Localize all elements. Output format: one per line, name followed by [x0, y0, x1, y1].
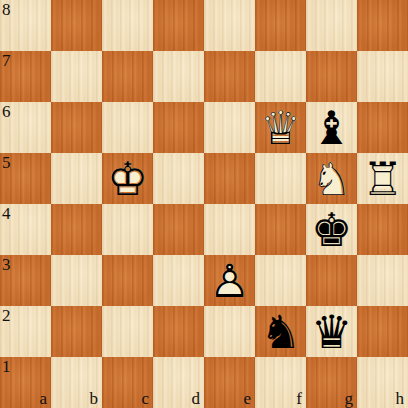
white-piece-outline: ♘ [306, 153, 357, 204]
square-d5[interactable] [153, 153, 204, 204]
square-c7[interactable] [102, 51, 153, 102]
square-d8[interactable] [153, 0, 204, 51]
file-label-f: f [296, 390, 302, 407]
white-rook-piece: ♜♖ [357, 153, 408, 204]
file-label-a: a [39, 390, 47, 407]
square-a1[interactable]: 1a [0, 357, 51, 408]
square-d4[interactable] [153, 204, 204, 255]
square-b7[interactable] [51, 51, 102, 102]
square-f3[interactable] [255, 255, 306, 306]
black-piece-glyph: ♝ [306, 102, 357, 153]
square-g6[interactable]: ♝ [306, 102, 357, 153]
square-h3[interactable] [357, 255, 408, 306]
square-e5[interactable] [204, 153, 255, 204]
square-a3[interactable]: 3 [0, 255, 51, 306]
black-piece-glyph: ♚ [306, 204, 357, 255]
square-a2[interactable]: 2 [0, 306, 51, 357]
square-d2[interactable] [153, 306, 204, 357]
square-h7[interactable] [357, 51, 408, 102]
square-b3[interactable] [51, 255, 102, 306]
white-piece-outline: ♕ [255, 102, 306, 153]
square-f8[interactable] [255, 0, 306, 51]
square-f5[interactable] [255, 153, 306, 204]
white-piece-outline: ♔ [102, 153, 153, 204]
black-piece-glyph: ♞ [255, 306, 306, 357]
square-h8[interactable] [357, 0, 408, 51]
file-label-c: c [141, 390, 149, 407]
square-c1[interactable]: c [102, 357, 153, 408]
square-c8[interactable] [102, 0, 153, 51]
rank-label-3: 3 [2, 256, 11, 273]
square-a6[interactable]: 6 [0, 102, 51, 153]
square-h4[interactable] [357, 204, 408, 255]
square-e7[interactable] [204, 51, 255, 102]
square-c6[interactable] [102, 102, 153, 153]
square-f2[interactable]: ♞ [255, 306, 306, 357]
file-label-b: b [90, 390, 99, 407]
square-c2[interactable] [102, 306, 153, 357]
square-g8[interactable] [306, 0, 357, 51]
square-b4[interactable] [51, 204, 102, 255]
file-label-h: h [396, 390, 405, 407]
square-f7[interactable] [255, 51, 306, 102]
white-piece-outline: ♙ [204, 255, 255, 306]
black-piece-glyph: ♛ [306, 306, 357, 357]
rank-label-5: 5 [2, 154, 11, 171]
black-queen-piece: ♛ [306, 306, 357, 357]
square-h1[interactable]: h [357, 357, 408, 408]
rank-label-4: 4 [2, 205, 11, 222]
square-g4[interactable]: ♚ [306, 204, 357, 255]
black-bishop-piece: ♝ [306, 102, 357, 153]
rank-label-6: 6 [2, 103, 11, 120]
square-b8[interactable] [51, 0, 102, 51]
black-knight-piece: ♞ [255, 306, 306, 357]
white-pawn-piece: ♟♙ [204, 255, 255, 306]
square-b5[interactable] [51, 153, 102, 204]
white-king-piece: ♚♔ [102, 153, 153, 204]
white-piece-outline: ♖ [357, 153, 408, 204]
square-a7[interactable]: 7 [0, 51, 51, 102]
square-a5[interactable]: 5 [0, 153, 51, 204]
square-d1[interactable]: d [153, 357, 204, 408]
white-queen-piece: ♛♕ [255, 102, 306, 153]
square-d6[interactable] [153, 102, 204, 153]
square-b6[interactable] [51, 102, 102, 153]
square-g1[interactable]: g [306, 357, 357, 408]
square-h2[interactable] [357, 306, 408, 357]
square-a8[interactable]: 8 [0, 0, 51, 51]
chess-board: 876♛♕♝5♚♔♞♘♜♖4♚3♟♙2♞♛1abcdefgh [0, 0, 408, 408]
white-knight-piece: ♞♘ [306, 153, 357, 204]
square-d7[interactable] [153, 51, 204, 102]
rank-label-7: 7 [2, 52, 11, 69]
square-h6[interactable] [357, 102, 408, 153]
square-e8[interactable] [204, 0, 255, 51]
square-h5[interactable]: ♜♖ [357, 153, 408, 204]
square-c5[interactable]: ♚♔ [102, 153, 153, 204]
square-a4[interactable]: 4 [0, 204, 51, 255]
square-e4[interactable] [204, 204, 255, 255]
rank-label-1: 1 [2, 358, 11, 375]
square-f6[interactable]: ♛♕ [255, 102, 306, 153]
square-g5[interactable]: ♞♘ [306, 153, 357, 204]
black-king-piece: ♚ [306, 204, 357, 255]
rank-label-2: 2 [2, 307, 11, 324]
file-label-e: e [243, 390, 251, 407]
square-g7[interactable] [306, 51, 357, 102]
square-e1[interactable]: e [204, 357, 255, 408]
square-f4[interactable] [255, 204, 306, 255]
square-b2[interactable] [51, 306, 102, 357]
square-e6[interactable] [204, 102, 255, 153]
square-d3[interactable] [153, 255, 204, 306]
rank-label-8: 8 [2, 1, 11, 18]
square-c4[interactable] [102, 204, 153, 255]
square-e2[interactable] [204, 306, 255, 357]
file-label-d: d [192, 390, 201, 407]
square-g2[interactable]: ♛ [306, 306, 357, 357]
square-g3[interactable] [306, 255, 357, 306]
file-label-g: g [345, 390, 354, 407]
square-f1[interactable]: f [255, 357, 306, 408]
square-c3[interactable] [102, 255, 153, 306]
square-b1[interactable]: b [51, 357, 102, 408]
square-e3[interactable]: ♟♙ [204, 255, 255, 306]
